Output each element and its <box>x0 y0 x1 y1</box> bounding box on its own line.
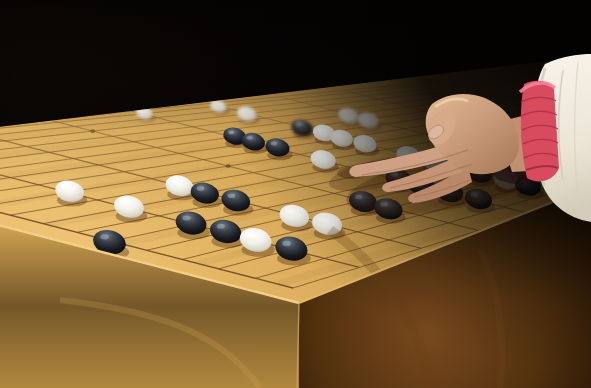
go-board-photograph <box>0 0 591 388</box>
go-photo-scene <box>0 0 591 388</box>
